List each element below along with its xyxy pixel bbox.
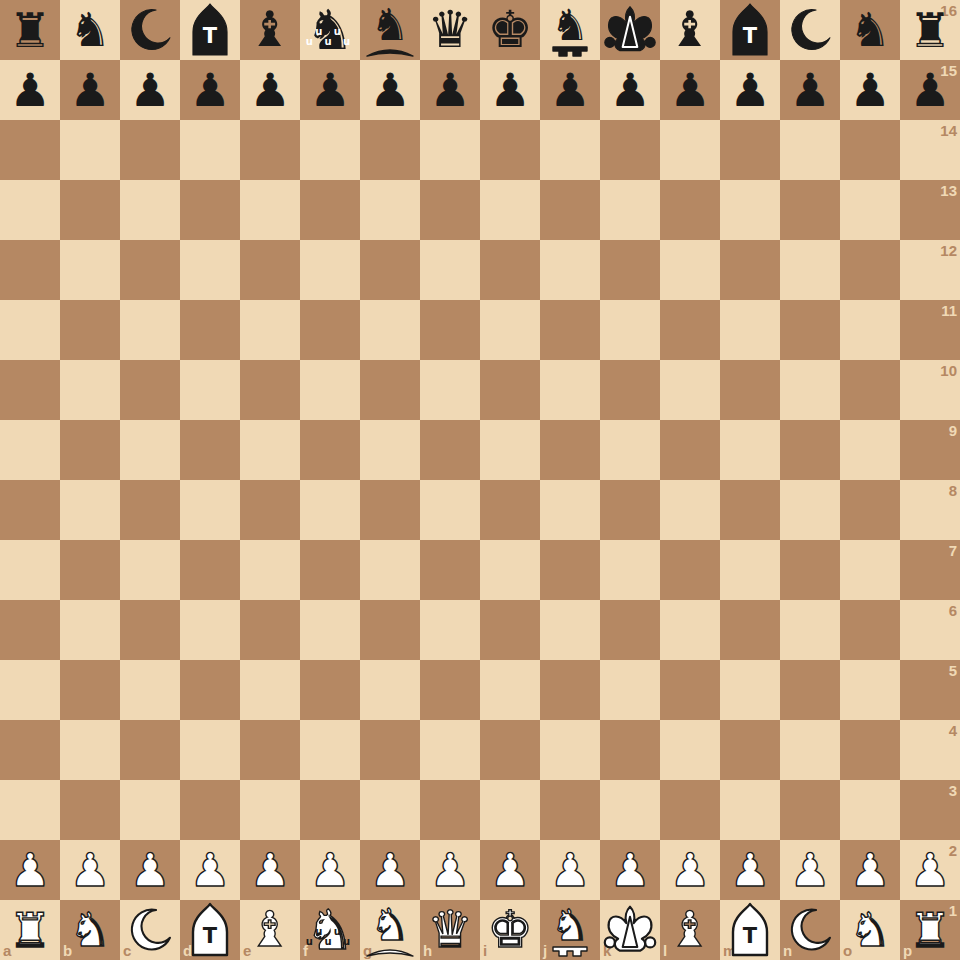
- square-j2[interactable]: ♟: [540, 840, 600, 900]
- square-o3[interactable]: [840, 780, 900, 840]
- square-f14[interactable]: [300, 120, 360, 180]
- square-j6[interactable]: [540, 600, 600, 660]
- white-pawn[interactable]: ♟: [600, 840, 660, 900]
- square-d12[interactable]: [180, 240, 240, 300]
- square-o9[interactable]: [840, 420, 900, 480]
- square-j12[interactable]: [540, 240, 600, 300]
- square-g16[interactable]: ♞: [360, 0, 420, 60]
- square-e5[interactable]: [240, 660, 300, 720]
- square-l9[interactable]: [660, 420, 720, 480]
- square-c16[interactable]: [120, 0, 180, 60]
- square-e13[interactable]: [240, 180, 300, 240]
- square-h13[interactable]: [420, 180, 480, 240]
- square-c6[interactable]: [120, 600, 180, 660]
- square-e9[interactable]: [240, 420, 300, 480]
- white-pawn[interactable]: ♟: [300, 840, 360, 900]
- square-a5[interactable]: [0, 660, 60, 720]
- square-j14[interactable]: [540, 120, 600, 180]
- square-l1[interactable]: l♝: [660, 900, 720, 960]
- square-p16[interactable]: 16♜: [900, 0, 960, 60]
- black-bishop[interactable]: ♝: [660, 0, 720, 60]
- square-e1[interactable]: e♝: [240, 900, 300, 960]
- square-d4[interactable]: [180, 720, 240, 780]
- square-f4[interactable]: [300, 720, 360, 780]
- square-f12[interactable]: [300, 240, 360, 300]
- square-p2[interactable]: 2♟: [900, 840, 960, 900]
- white-moon[interactable]: [780, 900, 840, 960]
- square-n8[interactable]: [780, 480, 840, 540]
- square-k15[interactable]: ♟: [600, 60, 660, 120]
- square-i2[interactable]: ♟: [480, 840, 540, 900]
- white-pawn[interactable]: ♟: [720, 840, 780, 900]
- square-l8[interactable]: [660, 480, 720, 540]
- square-a4[interactable]: [0, 720, 60, 780]
- square-d7[interactable]: [180, 540, 240, 600]
- square-p3[interactable]: 3: [900, 780, 960, 840]
- square-m7[interactable]: [720, 540, 780, 600]
- square-n14[interactable]: [780, 120, 840, 180]
- square-h15[interactable]: ♟: [420, 60, 480, 120]
- square-e12[interactable]: [240, 240, 300, 300]
- square-m16[interactable]: T: [720, 0, 780, 60]
- square-d13[interactable]: [180, 180, 240, 240]
- square-g12[interactable]: [360, 240, 420, 300]
- square-j1[interactable]: j♞: [540, 900, 600, 960]
- square-h14[interactable]: [420, 120, 480, 180]
- square-m12[interactable]: [720, 240, 780, 300]
- square-c13[interactable]: [120, 180, 180, 240]
- square-a16[interactable]: ♜: [0, 0, 60, 60]
- square-b3[interactable]: [60, 780, 120, 840]
- square-o12[interactable]: [840, 240, 900, 300]
- square-h3[interactable]: [420, 780, 480, 840]
- square-d14[interactable]: [180, 120, 240, 180]
- square-g9[interactable]: [360, 420, 420, 480]
- black-pawn[interactable]: ♟: [300, 60, 360, 120]
- square-h10[interactable]: [420, 360, 480, 420]
- white-horse-on-base[interactable]: ♞: [360, 900, 420, 960]
- square-f7[interactable]: [300, 540, 360, 600]
- square-d1[interactable]: d T: [180, 900, 240, 960]
- square-b10[interactable]: [60, 360, 120, 420]
- black-moon[interactable]: [120, 0, 180, 60]
- white-rook[interactable]: ♜: [0, 900, 60, 960]
- square-i6[interactable]: [480, 600, 540, 660]
- black-tower[interactable]: T: [720, 0, 780, 60]
- square-g2[interactable]: ♟: [360, 840, 420, 900]
- square-a2[interactable]: ♟: [0, 840, 60, 900]
- square-p7[interactable]: 7: [900, 540, 960, 600]
- square-l4[interactable]: [660, 720, 720, 780]
- square-j13[interactable]: [540, 180, 600, 240]
- square-b16[interactable]: ♞: [60, 0, 120, 60]
- square-c4[interactable]: [120, 720, 180, 780]
- white-pawn[interactable]: ♟: [780, 840, 840, 900]
- square-p10[interactable]: 10: [900, 360, 960, 420]
- square-j4[interactable]: [540, 720, 600, 780]
- square-g6[interactable]: [360, 600, 420, 660]
- square-g14[interactable]: [360, 120, 420, 180]
- square-i4[interactable]: [480, 720, 540, 780]
- black-queen[interactable]: ♛: [420, 0, 480, 60]
- square-p9[interactable]: 9: [900, 420, 960, 480]
- square-e10[interactable]: [240, 360, 300, 420]
- square-m15[interactable]: ♟: [720, 60, 780, 120]
- square-e14[interactable]: [240, 120, 300, 180]
- white-spotted-horse[interactable]: ♞u uu u u: [300, 900, 360, 960]
- square-n16[interactable]: [780, 0, 840, 60]
- square-n2[interactable]: ♟: [780, 840, 840, 900]
- black-spotted-horse[interactable]: ♞u uu u u: [300, 0, 360, 60]
- square-a11[interactable]: [0, 300, 60, 360]
- square-n5[interactable]: [780, 660, 840, 720]
- square-n10[interactable]: [780, 360, 840, 420]
- black-pawn[interactable]: ♟: [780, 60, 840, 120]
- black-pawn[interactable]: ♟: [60, 60, 120, 120]
- square-o8[interactable]: [840, 480, 900, 540]
- square-p11[interactable]: 11: [900, 300, 960, 360]
- square-b9[interactable]: [60, 420, 120, 480]
- square-p6[interactable]: 6: [900, 600, 960, 660]
- white-pawn[interactable]: ♟: [120, 840, 180, 900]
- square-i3[interactable]: [480, 780, 540, 840]
- square-e8[interactable]: [240, 480, 300, 540]
- square-d9[interactable]: [180, 420, 240, 480]
- square-f15[interactable]: ♟: [300, 60, 360, 120]
- square-n12[interactable]: [780, 240, 840, 300]
- square-b4[interactable]: [60, 720, 120, 780]
- white-pawn[interactable]: ♟: [840, 840, 900, 900]
- square-m10[interactable]: [720, 360, 780, 420]
- square-m13[interactable]: [720, 180, 780, 240]
- square-a7[interactable]: [0, 540, 60, 600]
- black-pawn[interactable]: ♟: [420, 60, 480, 120]
- square-m2[interactable]: ♟: [720, 840, 780, 900]
- square-l6[interactable]: [660, 600, 720, 660]
- square-m1[interactable]: m T: [720, 900, 780, 960]
- square-a6[interactable]: [0, 600, 60, 660]
- square-k14[interactable]: [600, 120, 660, 180]
- square-b11[interactable]: [60, 300, 120, 360]
- square-d10[interactable]: [180, 360, 240, 420]
- square-b1[interactable]: b♞: [60, 900, 120, 960]
- square-f2[interactable]: ♟: [300, 840, 360, 900]
- square-b12[interactable]: [60, 240, 120, 300]
- square-h5[interactable]: [420, 660, 480, 720]
- square-o11[interactable]: [840, 300, 900, 360]
- square-c12[interactable]: [120, 240, 180, 300]
- white-pawn[interactable]: ♟: [420, 840, 480, 900]
- square-l7[interactable]: [660, 540, 720, 600]
- square-a3[interactable]: [0, 780, 60, 840]
- white-bishop[interactable]: ♝: [240, 900, 300, 960]
- white-pawn[interactable]: ♟: [540, 840, 600, 900]
- white-king[interactable]: ♚: [480, 900, 540, 960]
- square-o5[interactable]: [840, 660, 900, 720]
- square-d15[interactable]: ♟: [180, 60, 240, 120]
- square-l2[interactable]: ♟: [660, 840, 720, 900]
- square-k13[interactable]: [600, 180, 660, 240]
- square-f3[interactable]: [300, 780, 360, 840]
- square-b2[interactable]: ♟: [60, 840, 120, 900]
- white-pawn[interactable]: ♟: [240, 840, 300, 900]
- square-l15[interactable]: ♟: [660, 60, 720, 120]
- square-c15[interactable]: ♟: [120, 60, 180, 120]
- square-g3[interactable]: [360, 780, 420, 840]
- white-queen[interactable]: ♛: [420, 900, 480, 960]
- square-g5[interactable]: [360, 660, 420, 720]
- square-c5[interactable]: [120, 660, 180, 720]
- square-i15[interactable]: ♟: [480, 60, 540, 120]
- square-g13[interactable]: [360, 180, 420, 240]
- square-p13[interactable]: 13: [900, 180, 960, 240]
- square-j15[interactable]: ♟: [540, 60, 600, 120]
- square-l16[interactable]: ♝: [660, 0, 720, 60]
- black-horse-on-base[interactable]: ♞: [360, 0, 420, 60]
- square-b13[interactable]: [60, 180, 120, 240]
- square-j3[interactable]: [540, 780, 600, 840]
- square-k4[interactable]: [600, 720, 660, 780]
- white-tower[interactable]: T: [720, 900, 780, 960]
- square-i5[interactable]: [480, 660, 540, 720]
- square-o7[interactable]: [840, 540, 900, 600]
- square-e2[interactable]: ♟: [240, 840, 300, 900]
- white-pawn[interactable]: ♟: [180, 840, 240, 900]
- square-n6[interactable]: [780, 600, 840, 660]
- white-pawn[interactable]: ♟: [360, 840, 420, 900]
- square-a12[interactable]: [0, 240, 60, 300]
- square-m11[interactable]: [720, 300, 780, 360]
- square-j11[interactable]: [540, 300, 600, 360]
- square-c1[interactable]: c: [120, 900, 180, 960]
- black-tower[interactable]: T: [180, 0, 240, 60]
- square-o15[interactable]: ♟: [840, 60, 900, 120]
- square-f8[interactable]: [300, 480, 360, 540]
- square-j10[interactable]: [540, 360, 600, 420]
- white-pawn[interactable]: ♟: [660, 840, 720, 900]
- black-jester[interactable]: [600, 0, 660, 60]
- square-l10[interactable]: [660, 360, 720, 420]
- black-pawn[interactable]: ♟: [720, 60, 780, 120]
- square-n13[interactable]: [780, 180, 840, 240]
- square-e15[interactable]: ♟: [240, 60, 300, 120]
- white-knight[interactable]: ♞: [60, 900, 120, 960]
- square-h16[interactable]: ♛: [420, 0, 480, 60]
- square-k1[interactable]: k: [600, 900, 660, 960]
- square-m5[interactable]: [720, 660, 780, 720]
- black-knight-on-crenellated-base[interactable]: ♞: [540, 0, 600, 60]
- square-e3[interactable]: [240, 780, 300, 840]
- square-h6[interactable]: [420, 600, 480, 660]
- square-i14[interactable]: [480, 120, 540, 180]
- black-pawn[interactable]: ♟: [480, 60, 540, 120]
- square-k8[interactable]: [600, 480, 660, 540]
- black-pawn[interactable]: ♟: [120, 60, 180, 120]
- square-i10[interactable]: [480, 360, 540, 420]
- square-h8[interactable]: [420, 480, 480, 540]
- square-n7[interactable]: [780, 540, 840, 600]
- square-a9[interactable]: [0, 420, 60, 480]
- square-o6[interactable]: [840, 600, 900, 660]
- square-h1[interactable]: h♛: [420, 900, 480, 960]
- square-f13[interactable]: [300, 180, 360, 240]
- black-pawn[interactable]: ♟: [360, 60, 420, 120]
- square-g8[interactable]: [360, 480, 420, 540]
- square-p12[interactable]: 12: [900, 240, 960, 300]
- square-l11[interactable]: [660, 300, 720, 360]
- square-c9[interactable]: [120, 420, 180, 480]
- square-o4[interactable]: [840, 720, 900, 780]
- square-o16[interactable]: ♞: [840, 0, 900, 60]
- square-h11[interactable]: [420, 300, 480, 360]
- square-k5[interactable]: [600, 660, 660, 720]
- square-i1[interactable]: i♚: [480, 900, 540, 960]
- square-b14[interactable]: [60, 120, 120, 180]
- white-tower[interactable]: T: [180, 900, 240, 960]
- square-d11[interactable]: [180, 300, 240, 360]
- square-c2[interactable]: ♟: [120, 840, 180, 900]
- white-moon[interactable]: [120, 900, 180, 960]
- square-e7[interactable]: [240, 540, 300, 600]
- white-bishop[interactable]: ♝: [660, 900, 720, 960]
- white-jester[interactable]: [600, 900, 660, 960]
- square-i16[interactable]: ♚: [480, 0, 540, 60]
- black-knight[interactable]: ♞: [60, 0, 120, 60]
- square-o1[interactable]: o♞: [840, 900, 900, 960]
- black-pawn[interactable]: ♟: [0, 60, 60, 120]
- square-e11[interactable]: [240, 300, 300, 360]
- square-c11[interactable]: [120, 300, 180, 360]
- black-king[interactable]: ♚: [480, 0, 540, 60]
- square-g4[interactable]: [360, 720, 420, 780]
- square-j5[interactable]: [540, 660, 600, 720]
- white-pawn[interactable]: ♟: [480, 840, 540, 900]
- square-m8[interactable]: [720, 480, 780, 540]
- square-n1[interactable]: n: [780, 900, 840, 960]
- square-n11[interactable]: [780, 300, 840, 360]
- square-l13[interactable]: [660, 180, 720, 240]
- black-bishop[interactable]: ♝: [240, 0, 300, 60]
- white-knight-on-crenellated-base[interactable]: ♞: [540, 900, 600, 960]
- square-f5[interactable]: [300, 660, 360, 720]
- square-b15[interactable]: ♟: [60, 60, 120, 120]
- square-c3[interactable]: [120, 780, 180, 840]
- square-f6[interactable]: [300, 600, 360, 660]
- square-g7[interactable]: [360, 540, 420, 600]
- square-i9[interactable]: [480, 420, 540, 480]
- square-k7[interactable]: [600, 540, 660, 600]
- square-n3[interactable]: [780, 780, 840, 840]
- square-d2[interactable]: ♟: [180, 840, 240, 900]
- black-pawn[interactable]: ♟: [180, 60, 240, 120]
- square-b6[interactable]: [60, 600, 120, 660]
- square-e16[interactable]: ♝: [240, 0, 300, 60]
- square-k16[interactable]: [600, 0, 660, 60]
- square-c14[interactable]: [120, 120, 180, 180]
- white-pawn[interactable]: ♟: [60, 840, 120, 900]
- square-g10[interactable]: [360, 360, 420, 420]
- square-m3[interactable]: [720, 780, 780, 840]
- black-pawn[interactable]: ♟: [660, 60, 720, 120]
- square-f16[interactable]: ♞u uu u u: [300, 0, 360, 60]
- square-k12[interactable]: [600, 240, 660, 300]
- black-moon[interactable]: [780, 0, 840, 60]
- square-h4[interactable]: [420, 720, 480, 780]
- square-b5[interactable]: [60, 660, 120, 720]
- square-l3[interactable]: [660, 780, 720, 840]
- square-o13[interactable]: [840, 180, 900, 240]
- square-a8[interactable]: [0, 480, 60, 540]
- square-k9[interactable]: [600, 420, 660, 480]
- square-i8[interactable]: [480, 480, 540, 540]
- square-d5[interactable]: [180, 660, 240, 720]
- square-l12[interactable]: [660, 240, 720, 300]
- square-d6[interactable]: [180, 600, 240, 660]
- square-k6[interactable]: [600, 600, 660, 660]
- black-pawn[interactable]: ♟: [600, 60, 660, 120]
- square-j7[interactable]: [540, 540, 600, 600]
- square-f9[interactable]: [300, 420, 360, 480]
- square-k3[interactable]: [600, 780, 660, 840]
- square-l5[interactable]: [660, 660, 720, 720]
- square-m4[interactable]: [720, 720, 780, 780]
- square-i7[interactable]: [480, 540, 540, 600]
- square-k2[interactable]: ♟: [600, 840, 660, 900]
- black-knight[interactable]: ♞: [840, 0, 900, 60]
- square-m9[interactable]: [720, 420, 780, 480]
- square-p4[interactable]: 4: [900, 720, 960, 780]
- square-g11[interactable]: [360, 300, 420, 360]
- square-m6[interactable]: [720, 600, 780, 660]
- square-o2[interactable]: ♟: [840, 840, 900, 900]
- square-h12[interactable]: [420, 240, 480, 300]
- black-pawn[interactable]: ♟: [240, 60, 300, 120]
- square-c8[interactable]: [120, 480, 180, 540]
- square-g1[interactable]: g♞: [360, 900, 420, 960]
- black-rook[interactable]: ♜: [0, 0, 60, 60]
- square-m14[interactable]: [720, 120, 780, 180]
- square-j9[interactable]: [540, 420, 600, 480]
- white-knight[interactable]: ♞: [840, 900, 900, 960]
- square-l14[interactable]: [660, 120, 720, 180]
- square-p14[interactable]: 14: [900, 120, 960, 180]
- white-rook[interactable]: ♜: [900, 900, 960, 960]
- square-k10[interactable]: [600, 360, 660, 420]
- black-pawn[interactable]: ♟: [540, 60, 600, 120]
- square-e4[interactable]: [240, 720, 300, 780]
- square-o14[interactable]: [840, 120, 900, 180]
- white-pawn[interactable]: ♟: [900, 840, 960, 900]
- square-d3[interactable]: [180, 780, 240, 840]
- square-k11[interactable]: [600, 300, 660, 360]
- square-a13[interactable]: [0, 180, 60, 240]
- square-h9[interactable]: [420, 420, 480, 480]
- square-p15[interactable]: 15♟: [900, 60, 960, 120]
- square-c10[interactable]: [120, 360, 180, 420]
- square-e6[interactable]: [240, 600, 300, 660]
- black-pawn[interactable]: ♟: [900, 60, 960, 120]
- square-n4[interactable]: [780, 720, 840, 780]
- square-i12[interactable]: [480, 240, 540, 300]
- square-c7[interactable]: [120, 540, 180, 600]
- square-b7[interactable]: [60, 540, 120, 600]
- square-g15[interactable]: ♟: [360, 60, 420, 120]
- square-h7[interactable]: [420, 540, 480, 600]
- square-d8[interactable]: [180, 480, 240, 540]
- square-a14[interactable]: [0, 120, 60, 180]
- square-p5[interactable]: 5: [900, 660, 960, 720]
- square-h2[interactable]: ♟: [420, 840, 480, 900]
